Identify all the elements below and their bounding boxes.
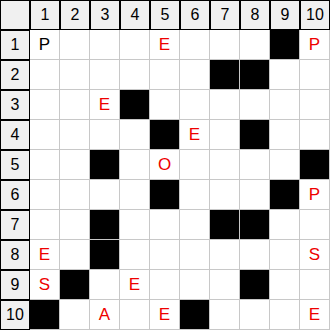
cell-r3c6[interactable] — [180, 90, 210, 120]
cell-r7c7 — [210, 210, 240, 240]
cell-r9c4[interactable]: E — [120, 270, 150, 300]
cell-r9c8 — [240, 270, 270, 300]
cell-r10c5[interactable]: E — [150, 300, 180, 330]
cell-r1c6[interactable] — [180, 30, 210, 60]
col-header-3: 3 — [90, 0, 120, 30]
row-header-3: 3 — [0, 90, 30, 120]
cell-r4c6[interactable]: E — [180, 120, 210, 150]
row-header-7: 7 — [0, 210, 30, 240]
col-header-9: 9 — [270, 0, 300, 30]
cell-r9c2 — [60, 270, 90, 300]
cell-r10c8[interactable] — [240, 300, 270, 330]
cell-r1c10[interactable]: P — [300, 30, 330, 60]
cell-r3c1[interactable] — [30, 90, 60, 120]
cell-r9c3[interactable] — [90, 270, 120, 300]
cell-r2c8 — [240, 60, 270, 90]
cell-r2c4[interactable] — [120, 60, 150, 90]
cell-r1c9 — [270, 30, 300, 60]
cell-r6c1[interactable] — [30, 180, 60, 210]
cell-r2c9[interactable] — [270, 60, 300, 90]
cell-r1c1[interactable]: P — [30, 30, 60, 60]
cell-r10c2[interactable] — [60, 300, 90, 330]
cell-r2c10[interactable] — [300, 60, 330, 90]
cell-r9c9[interactable] — [270, 270, 300, 300]
cell-r10c6 — [180, 300, 210, 330]
col-header-6: 6 — [180, 0, 210, 30]
cell-r4c5 — [150, 120, 180, 150]
row-header-6: 6 — [0, 180, 30, 210]
cell-r1c4[interactable] — [120, 30, 150, 60]
cell-r2c7 — [210, 60, 240, 90]
cell-r6c5 — [150, 180, 180, 210]
col-header-5: 5 — [150, 0, 180, 30]
cell-r8c5[interactable] — [150, 240, 180, 270]
cell-r7c9[interactable] — [270, 210, 300, 240]
cell-r7c4[interactable] — [120, 210, 150, 240]
cell-r1c2[interactable] — [60, 30, 90, 60]
cell-r5c7[interactable] — [210, 150, 240, 180]
cell-r5c8[interactable] — [240, 150, 270, 180]
row-header-2: 2 — [0, 60, 30, 90]
cell-r5c5[interactable]: O — [150, 150, 180, 180]
cell-r4c9[interactable] — [270, 120, 300, 150]
cell-r7c10[interactable] — [300, 210, 330, 240]
cell-r8c6[interactable] — [180, 240, 210, 270]
cell-r1c7[interactable] — [210, 30, 240, 60]
cell-r5c9[interactable] — [270, 150, 300, 180]
cell-r4c8 — [240, 120, 270, 150]
col-header-8: 8 — [240, 0, 270, 30]
cell-r9c6[interactable] — [180, 270, 210, 300]
col-header-10: 10 — [300, 0, 330, 30]
cell-r3c2[interactable] — [60, 90, 90, 120]
cell-r4c4[interactable] — [120, 120, 150, 150]
cell-r3c8[interactable] — [240, 90, 270, 120]
cell-r4c10[interactable] — [300, 120, 330, 150]
row-header-1: 1 — [0, 30, 30, 60]
cell-r3c5[interactable] — [150, 90, 180, 120]
cell-r4c7[interactable] — [210, 120, 240, 150]
cell-r8c10[interactable]: S — [300, 240, 330, 270]
cell-r5c6[interactable] — [180, 150, 210, 180]
cell-r6c4[interactable] — [120, 180, 150, 210]
cell-r6c10[interactable]: P — [300, 180, 330, 210]
cell-r3c4 — [120, 90, 150, 120]
cell-r6c3[interactable] — [90, 180, 120, 210]
cell-r5c10 — [300, 150, 330, 180]
cell-r7c5[interactable] — [150, 210, 180, 240]
cell-r8c9[interactable] — [270, 240, 300, 270]
cell-r9c5[interactable] — [150, 270, 180, 300]
cell-r7c1[interactable] — [30, 210, 60, 240]
cell-r10c9[interactable] — [270, 300, 300, 330]
cell-r5c2[interactable] — [60, 150, 90, 180]
cell-r4c2[interactable] — [60, 120, 90, 150]
cell-r10c7[interactable] — [210, 300, 240, 330]
col-header-7: 7 — [210, 0, 240, 30]
cell-r3c10[interactable] — [300, 90, 330, 120]
cell-r2c1[interactable] — [30, 60, 60, 90]
cell-r3c7[interactable] — [210, 90, 240, 120]
col-header-4: 4 — [120, 0, 150, 30]
cell-r4c1[interactable] — [30, 120, 60, 150]
cell-r9c7[interactable] — [210, 270, 240, 300]
cell-r10c10[interactable]: E — [300, 300, 330, 330]
cell-r8c8[interactable] — [240, 240, 270, 270]
cell-r1c3[interactable] — [90, 30, 120, 60]
cell-r1c5[interactable]: E — [150, 30, 180, 60]
cell-r7c6[interactable] — [180, 210, 210, 240]
col-header-1: 1 — [30, 0, 60, 30]
corner-cell — [0, 0, 30, 30]
cell-r7c8 — [240, 210, 270, 240]
puzzle-board: 123456789101PEP23E4E5O6P78ES9SE10AEE — [0, 0, 330, 330]
cell-r8c4[interactable] — [120, 240, 150, 270]
cell-r1c8[interactable] — [240, 30, 270, 60]
row-header-9: 9 — [0, 270, 30, 300]
row-header-10: 10 — [0, 300, 30, 330]
cell-r2c5[interactable] — [150, 60, 180, 90]
cell-r3c3[interactable]: E — [90, 90, 120, 120]
cell-r9c1[interactable]: S — [30, 270, 60, 300]
cell-r5c1[interactable] — [30, 150, 60, 180]
cell-r5c3 — [90, 150, 120, 180]
cell-r7c2[interactable] — [60, 210, 90, 240]
col-header-2: 2 — [60, 0, 90, 30]
cell-r3c9[interactable] — [270, 90, 300, 120]
cell-r2c2[interactable] — [60, 60, 90, 90]
cell-r8c7[interactable] — [210, 240, 240, 270]
row-header-8: 8 — [0, 240, 30, 270]
cell-r6c6[interactable] — [180, 180, 210, 210]
cell-r8c3 — [90, 240, 120, 270]
cell-r2c3[interactable] — [90, 60, 120, 90]
row-header-4: 4 — [0, 120, 30, 150]
cell-r9c10[interactable] — [300, 270, 330, 300]
cell-r8c2[interactable] — [60, 240, 90, 270]
cell-r10c4[interactable] — [120, 300, 150, 330]
cell-r6c7[interactable] — [210, 180, 240, 210]
cell-r8c1[interactable]: E — [30, 240, 60, 270]
row-header-5: 5 — [0, 150, 30, 180]
cell-r6c2[interactable] — [60, 180, 90, 210]
cell-r5c4[interactable] — [120, 150, 150, 180]
cell-r10c1 — [30, 300, 60, 330]
cell-r10c3[interactable]: A — [90, 300, 120, 330]
cell-r7c3 — [90, 210, 120, 240]
cell-r6c9 — [270, 180, 300, 210]
cell-r4c3[interactable] — [90, 120, 120, 150]
cell-r6c8[interactable] — [240, 180, 270, 210]
cell-r2c6[interactable] — [180, 60, 210, 90]
